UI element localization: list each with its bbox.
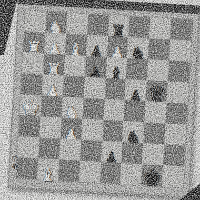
square-g3[interactable] xyxy=(144,122,166,144)
square-f6[interactable] xyxy=(126,58,148,80)
square-f7[interactable]: ♞ xyxy=(127,37,149,59)
square-h5[interactable] xyxy=(167,81,189,103)
square-g6[interactable] xyxy=(147,59,169,81)
square-e2[interactable]: ♟ xyxy=(101,141,123,163)
square-e7[interactable]: ♟ xyxy=(107,36,129,58)
square-a8[interactable] xyxy=(24,10,46,32)
square-f5[interactable]: ♟ xyxy=(125,79,147,101)
square-e1[interactable] xyxy=(100,162,122,184)
square-e8[interactable]: ♜ xyxy=(108,15,130,37)
square-c7[interactable]: ♝ xyxy=(65,34,87,56)
square-g8[interactable] xyxy=(149,17,171,39)
square-f3[interactable]: ♞ xyxy=(123,121,145,143)
chessboard-photo: ◇ ◆ ♞♜♜♟♝♟♟♞♜♟♝♟♟♛♚♞♟♞♟♝♚ xyxy=(0,0,200,200)
square-b3[interactable] xyxy=(39,116,61,138)
square-a5[interactable] xyxy=(21,73,43,95)
square-b4[interactable] xyxy=(41,95,63,117)
square-b7[interactable]: ♟ xyxy=(44,33,66,55)
square-f4[interactable] xyxy=(124,100,146,122)
square-f8[interactable] xyxy=(129,16,151,38)
square-f2[interactable] xyxy=(122,142,144,164)
square-c1[interactable] xyxy=(58,160,80,182)
square-h3[interactable] xyxy=(164,123,186,145)
square-a7[interactable]: ♜ xyxy=(23,31,45,53)
frame-emblem: ◇ ◆ xyxy=(8,154,23,172)
square-f1[interactable] xyxy=(120,163,142,185)
square-g7[interactable] xyxy=(148,38,170,60)
square-c5[interactable] xyxy=(63,76,85,98)
square-g4[interactable] xyxy=(145,101,167,123)
square-e4[interactable] xyxy=(103,99,125,121)
square-a6[interactable] xyxy=(22,52,44,74)
square-a3[interactable] xyxy=(19,115,41,137)
square-c3[interactable]: ♟ xyxy=(60,118,82,140)
piece-white-bishop-b1: ♝ xyxy=(37,166,59,182)
board-grid: ♞♜♜♟♝♟♟♞♜♟♝♟♟♛♚♞♟♞♟♝♚ xyxy=(15,9,193,188)
frame-emblem-bottom-icon: ◆ xyxy=(8,162,22,171)
square-c2[interactable] xyxy=(59,139,81,161)
square-d4[interactable] xyxy=(82,98,104,120)
square-b6[interactable]: ♜ xyxy=(43,54,65,76)
square-g2[interactable] xyxy=(142,143,164,165)
square-b8[interactable]: ♞ xyxy=(45,12,67,34)
square-g1[interactable]: ♚ xyxy=(141,164,163,186)
square-d6[interactable]: ♟ xyxy=(85,56,107,78)
square-h8[interactable] xyxy=(170,19,192,41)
square-h1[interactable] xyxy=(162,165,184,187)
square-d8[interactable] xyxy=(87,14,109,36)
square-b5[interactable]: ♟ xyxy=(42,75,64,97)
square-d1[interactable] xyxy=(79,161,101,183)
square-h2[interactable] xyxy=(163,144,185,166)
square-d3[interactable] xyxy=(81,119,103,141)
chess-board: ◇ ◆ ♞♜♜♟♝♟♟♞♜♟♝♟♟♛♚♞♟♞♟♝♚ xyxy=(8,2,200,198)
square-e5[interactable] xyxy=(104,78,126,100)
square-c6[interactable] xyxy=(64,55,86,77)
square-h6[interactable] xyxy=(168,61,190,83)
square-d7[interactable]: ♟ xyxy=(86,35,108,57)
piece-black-king-g1: ♚ xyxy=(141,169,163,188)
square-b2[interactable] xyxy=(38,137,60,159)
square-e3[interactable] xyxy=(102,120,124,142)
square-h7[interactable] xyxy=(169,40,191,62)
square-c8[interactable] xyxy=(66,13,88,35)
square-g5[interactable]: ♛ xyxy=(146,80,168,102)
square-d2[interactable] xyxy=(80,140,102,162)
square-b1[interactable]: ♝ xyxy=(37,158,59,180)
square-e6[interactable]: ♝ xyxy=(105,57,127,79)
square-h4[interactable] xyxy=(166,102,188,124)
square-a4[interactable]: ♚ xyxy=(20,94,42,116)
square-c4[interactable]: ♞ xyxy=(61,97,83,119)
square-d5[interactable] xyxy=(83,77,105,99)
